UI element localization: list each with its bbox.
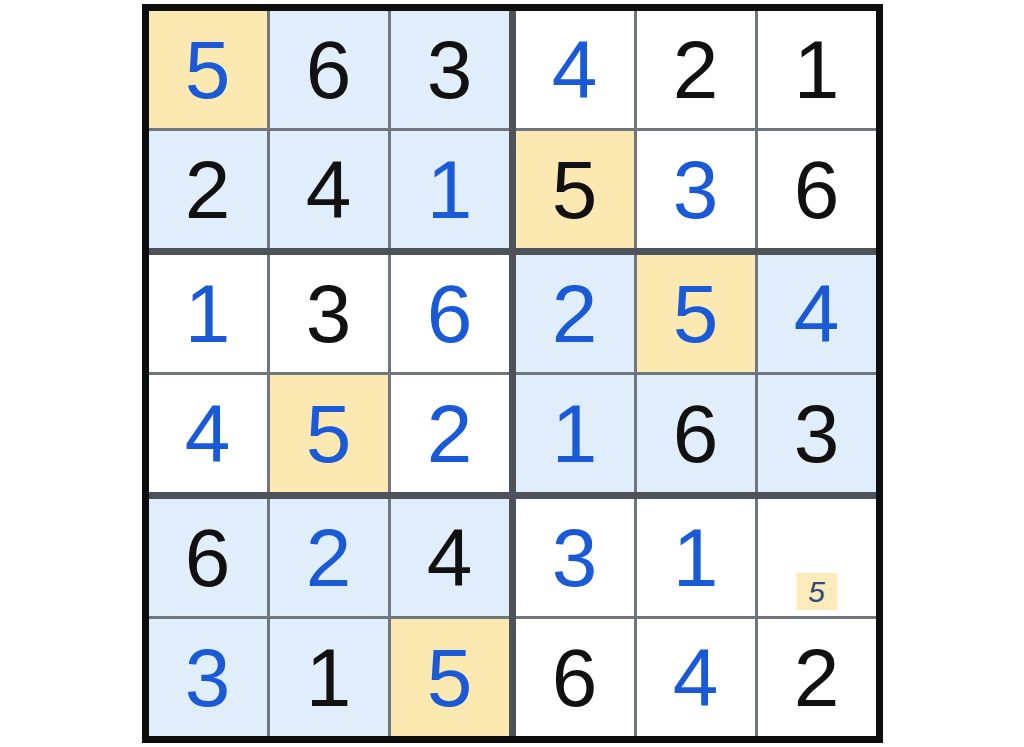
cell-value: 2 [306, 517, 352, 599]
cell-value: 5 [673, 273, 719, 355]
cell-r2c4[interactable]: 5 [516, 131, 634, 248]
cell-value: 3 [185, 637, 231, 719]
cell-value: 1 [306, 637, 352, 719]
cell-value: 3 [794, 393, 840, 475]
cell-value: 5 [185, 29, 231, 111]
cell-r3c4[interactable]: 2 [516, 255, 634, 372]
cell-value: 5 [306, 393, 352, 475]
cell-value: 2 [552, 273, 598, 355]
cell-r6c6[interactable]: 2 [758, 619, 876, 736]
cell-r1c5[interactable]: 2 [637, 11, 755, 128]
cell-r4c6[interactable]: 3 [758, 375, 876, 492]
cell-value: 6 [673, 393, 719, 475]
cell-value: 1 [427, 149, 473, 231]
cell-r4c5[interactable]: 6 [637, 375, 755, 492]
cell-r3c2[interactable]: 3 [270, 255, 388, 372]
cell-r2c5[interactable]: 3 [637, 131, 755, 248]
cell-value: 6 [794, 149, 840, 231]
cell-value: 1 [552, 393, 598, 475]
cell-value: 3 [306, 273, 352, 355]
cell-r3c5[interactable]: 5 [637, 255, 755, 372]
cell-value: 1 [794, 29, 840, 111]
cell-r1c6[interactable]: 1 [758, 11, 876, 128]
cell-value: 6 [185, 517, 231, 599]
cell-value: 4 [794, 273, 840, 355]
cell-value: 1 [185, 273, 231, 355]
cell-r6c2[interactable]: 1 [270, 619, 388, 736]
cell-value: 2 [427, 393, 473, 475]
cell-value: 5 [427, 637, 473, 719]
box-divider-horizontal-2 [149, 492, 876, 499]
sudoku-board-frame: 563421241536136254452163624315315642 [142, 4, 883, 743]
cell-r4c4[interactable]: 1 [516, 375, 634, 492]
cell-r3c3[interactable]: 6 [391, 255, 509, 372]
cell-r4c3[interactable]: 2 [391, 375, 509, 492]
cell-r3c6[interactable]: 4 [758, 255, 876, 372]
cell-r2c3[interactable]: 1 [391, 131, 509, 248]
cell-value: 4 [306, 149, 352, 231]
cell-r2c6[interactable]: 6 [758, 131, 876, 248]
cell-r6c3[interactable]: 5 [391, 619, 509, 736]
cell-r2c2[interactable]: 4 [270, 131, 388, 248]
cell-r1c4[interactable]: 4 [516, 11, 634, 128]
cell-r4c1[interactable]: 4 [149, 375, 267, 492]
cell-r1c2[interactable]: 6 [270, 11, 388, 128]
cell-r5c1[interactable]: 6 [149, 499, 267, 616]
cell-r4c2[interactable]: 5 [270, 375, 388, 492]
cell-r5c4[interactable]: 3 [516, 499, 634, 616]
cell-value: 2 [185, 149, 231, 231]
pencil-mark-5: 5 [796, 573, 837, 610]
cell-value: 3 [427, 29, 473, 111]
cell-r6c4[interactable]: 6 [516, 619, 634, 736]
box-divider-horizontal-1 [149, 248, 876, 255]
cell-r5c6[interactable]: 5 [758, 499, 876, 616]
cell-value: 6 [427, 273, 473, 355]
cell-r6c5[interactable]: 4 [637, 619, 755, 736]
cell-value: 4 [185, 393, 231, 475]
cell-value: 2 [673, 29, 719, 111]
cell-r2c1[interactable]: 2 [149, 131, 267, 248]
cell-value: 4 [673, 637, 719, 719]
cell-r3c1[interactable]: 1 [149, 255, 267, 372]
box-divider-vertical [509, 11, 516, 736]
cell-r5c2[interactable]: 2 [270, 499, 388, 616]
cell-value: 1 [673, 517, 719, 599]
sudoku-board: 563421241536136254452163624315315642 [149, 11, 876, 736]
cell-r1c3[interactable]: 3 [391, 11, 509, 128]
cell-value: 4 [427, 517, 473, 599]
cell-r5c5[interactable]: 1 [637, 499, 755, 616]
cell-value: 4 [552, 29, 598, 111]
cell-value: 5 [552, 149, 598, 231]
cell-value: 2 [794, 637, 840, 719]
cell-value: 6 [306, 29, 352, 111]
cell-value: 3 [552, 517, 598, 599]
cell-r5c3[interactable]: 4 [391, 499, 509, 616]
cell-value: 3 [673, 149, 719, 231]
cell-r6c1[interactable]: 3 [149, 619, 267, 736]
cell-r1c1[interactable]: 5 [149, 11, 267, 128]
cell-value: 6 [552, 637, 598, 719]
